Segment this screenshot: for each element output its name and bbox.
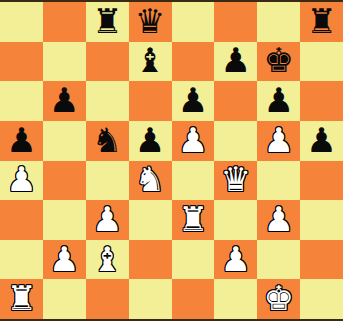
- square-h3[interactable]: [300, 200, 343, 240]
- square-d1[interactable]: [129, 279, 172, 319]
- square-d6[interactable]: [129, 81, 172, 121]
- square-e1[interactable]: [172, 279, 215, 319]
- piece-black-pawn: ♟: [221, 43, 251, 77]
- square-b3[interactable]: [43, 200, 86, 240]
- square-a8[interactable]: [0, 2, 43, 42]
- square-c2[interactable]: ♝: [86, 240, 129, 280]
- square-b4[interactable]: [43, 161, 86, 201]
- square-e5[interactable]: ♟: [172, 121, 215, 161]
- piece-black-king: ♚: [263, 43, 293, 77]
- piece-white-pawn: ♟: [263, 123, 293, 157]
- square-h4[interactable]: [300, 161, 343, 201]
- square-f2[interactable]: ♟: [214, 240, 257, 280]
- square-a7[interactable]: [0, 42, 43, 82]
- square-e8[interactable]: [172, 2, 215, 42]
- piece-black-pawn: ♟: [263, 83, 293, 117]
- square-f5[interactable]: [214, 121, 257, 161]
- square-f3[interactable]: [214, 200, 257, 240]
- square-f4[interactable]: ♛: [214, 161, 257, 201]
- square-d8[interactable]: ♛: [129, 2, 172, 42]
- square-b5[interactable]: [43, 121, 86, 161]
- piece-black-pawn: ♟: [306, 123, 336, 157]
- square-b7[interactable]: [43, 42, 86, 82]
- piece-white-king: ♚: [263, 281, 293, 315]
- square-f7[interactable]: ♟: [214, 42, 257, 82]
- square-a5[interactable]: ♟: [0, 121, 43, 161]
- square-h7[interactable]: [300, 42, 343, 82]
- square-g8[interactable]: [257, 2, 300, 42]
- square-g5[interactable]: ♟: [257, 121, 300, 161]
- piece-black-rook: ♜: [92, 4, 122, 38]
- square-d7[interactable]: ♝: [129, 42, 172, 82]
- square-b6[interactable]: ♟: [43, 81, 86, 121]
- square-f8[interactable]: [214, 2, 257, 42]
- piece-white-rook: ♜: [6, 281, 36, 315]
- piece-white-pawn: ♟: [6, 162, 36, 196]
- chess-board: ♜♛♜♝♟♚♟♟♟♟♞♟♟♟♟♟♞♛♟♜♟♟♝♟♜♚: [0, 0, 343, 321]
- piece-white-rook: ♜: [178, 202, 208, 236]
- square-h1[interactable]: [300, 279, 343, 319]
- piece-black-queen: ♛: [135, 4, 165, 38]
- piece-white-knight: ♞: [135, 162, 165, 196]
- square-g4[interactable]: [257, 161, 300, 201]
- square-g7[interactable]: ♚: [257, 42, 300, 82]
- square-b2[interactable]: ♟: [43, 240, 86, 280]
- square-a2[interactable]: [0, 240, 43, 280]
- square-h8[interactable]: ♜: [300, 2, 343, 42]
- piece-black-bishop: ♝: [135, 43, 165, 77]
- square-a6[interactable]: [0, 81, 43, 121]
- square-h6[interactable]: [300, 81, 343, 121]
- piece-black-pawn: ♟: [178, 83, 208, 117]
- square-f6[interactable]: [214, 81, 257, 121]
- square-h2[interactable]: [300, 240, 343, 280]
- square-g1[interactable]: ♚: [257, 279, 300, 319]
- piece-white-pawn: ♟: [92, 202, 122, 236]
- square-e2[interactable]: [172, 240, 215, 280]
- square-c7[interactable]: [86, 42, 129, 82]
- square-g2[interactable]: [257, 240, 300, 280]
- square-c5[interactable]: ♞: [86, 121, 129, 161]
- square-d2[interactable]: [129, 240, 172, 280]
- square-a1[interactable]: ♜: [0, 279, 43, 319]
- square-c4[interactable]: [86, 161, 129, 201]
- piece-white-pawn: ♟: [263, 202, 293, 236]
- square-e3[interactable]: ♜: [172, 200, 215, 240]
- square-f1[interactable]: [214, 279, 257, 319]
- piece-black-pawn: ♟: [135, 123, 165, 157]
- square-h5[interactable]: ♟: [300, 121, 343, 161]
- square-e4[interactable]: [172, 161, 215, 201]
- piece-white-queen: ♛: [221, 162, 251, 196]
- square-d3[interactable]: [129, 200, 172, 240]
- piece-white-pawn: ♟: [49, 242, 79, 276]
- piece-black-rook: ♜: [306, 4, 336, 38]
- square-a4[interactable]: ♟: [0, 161, 43, 201]
- square-e6[interactable]: ♟: [172, 81, 215, 121]
- square-c6[interactable]: [86, 81, 129, 121]
- square-d4[interactable]: ♞: [129, 161, 172, 201]
- square-b1[interactable]: [43, 279, 86, 319]
- square-b8[interactable]: [43, 2, 86, 42]
- square-c3[interactable]: ♟: [86, 200, 129, 240]
- square-d5[interactable]: ♟: [129, 121, 172, 161]
- square-e7[interactable]: [172, 42, 215, 82]
- piece-white-pawn: ♟: [221, 242, 251, 276]
- piece-black-knight: ♞: [92, 123, 122, 157]
- piece-white-bishop: ♝: [92, 242, 122, 276]
- square-c1[interactable]: [86, 279, 129, 319]
- square-c8[interactable]: ♜: [86, 2, 129, 42]
- square-a3[interactable]: [0, 200, 43, 240]
- square-g3[interactable]: ♟: [257, 200, 300, 240]
- piece-black-pawn: ♟: [6, 123, 36, 157]
- piece-black-pawn: ♟: [49, 83, 79, 117]
- piece-white-pawn: ♟: [178, 123, 208, 157]
- square-g6[interactable]: ♟: [257, 81, 300, 121]
